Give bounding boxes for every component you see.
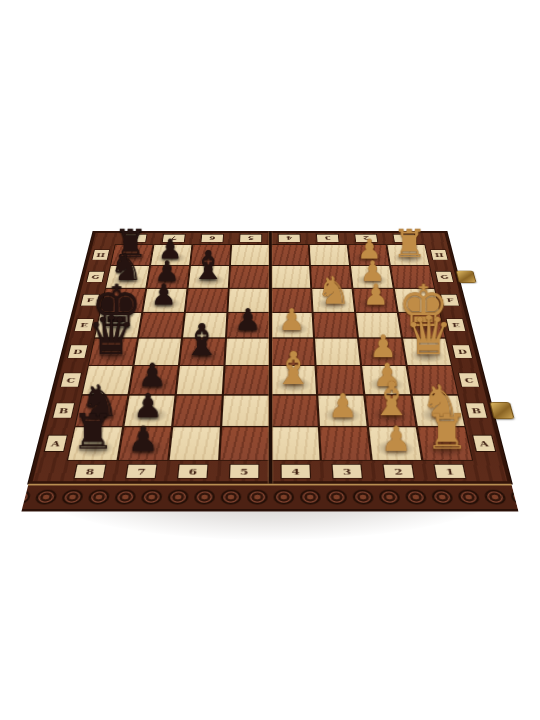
square-a6 bbox=[168, 427, 221, 461]
black-pawn-e5: ♟ bbox=[235, 305, 262, 335]
coord-rank-far: 4 bbox=[278, 234, 301, 242]
black-bishop-d6: ♝ bbox=[183, 319, 222, 362]
coord-rank-far: 5 bbox=[239, 234, 262, 242]
rosette bbox=[483, 490, 507, 505]
square-d3 bbox=[314, 338, 361, 365]
square-e5: ♟ bbox=[226, 312, 270, 338]
square-c5 bbox=[223, 365, 270, 394]
rosette bbox=[378, 490, 400, 505]
square-c4: ♝ bbox=[270, 365, 317, 394]
board-scene: ♜♟♟♜♞♟♝♟♟♞♟♚♟♟♚♛♝♟♛♟♝♟♞♟♟♝♞♜♟♟♜887766554… bbox=[0, 134, 540, 614]
square-f3: ♞ bbox=[311, 288, 355, 312]
rosette bbox=[509, 490, 519, 505]
rosette bbox=[456, 490, 479, 505]
white-pawn-f2: ♟ bbox=[363, 281, 389, 310]
rosette bbox=[299, 490, 320, 505]
rosette bbox=[246, 490, 267, 505]
square-d6: ♝ bbox=[179, 338, 226, 365]
white-rook-h1: ♜ bbox=[392, 225, 426, 263]
square-h4 bbox=[270, 244, 310, 265]
square-f7: ♟ bbox=[142, 288, 187, 312]
rosette bbox=[193, 490, 214, 505]
black-pawn-a7: ♟ bbox=[128, 422, 159, 456]
rosette bbox=[21, 490, 31, 505]
coord-file-left: H bbox=[91, 250, 110, 261]
white-pawn-a2: ♟ bbox=[381, 422, 412, 456]
square-a2: ♟ bbox=[368, 427, 423, 461]
rosette bbox=[140, 490, 162, 505]
square-a4 bbox=[270, 427, 321, 461]
square-g5 bbox=[229, 266, 270, 289]
square-h5 bbox=[230, 244, 270, 265]
black-rook-a8: ♜ bbox=[71, 408, 114, 456]
rosette bbox=[33, 490, 57, 505]
coord-file-right: H bbox=[430, 250, 449, 261]
square-f2: ♟ bbox=[352, 288, 397, 312]
coord-rank-near: 3 bbox=[331, 464, 363, 479]
square-a7: ♟ bbox=[118, 427, 173, 461]
black-bishop-g6: ♝ bbox=[191, 246, 226, 285]
coord-rank-far: 3 bbox=[316, 234, 339, 242]
rosette bbox=[113, 490, 136, 505]
coord-rank-near: 2 bbox=[382, 464, 414, 479]
white-queen-d1: ♛ bbox=[405, 309, 453, 363]
rosette bbox=[273, 490, 294, 505]
square-f6 bbox=[185, 288, 229, 312]
white-bishop-c4: ♝ bbox=[273, 347, 313, 392]
white-pawn-b3: ♟ bbox=[328, 390, 358, 423]
white-bishop-b2: ♝ bbox=[371, 376, 413, 422]
product-photo-background: ♜♟♟♜♞♟♝♟♟♞♟♚♟♟♚♛♝♟♛♟♝♟♞♟♟♝♞♜♟♟♜887766554… bbox=[0, 0, 540, 720]
brass-clasp bbox=[456, 271, 477, 283]
coord-rank-near: 4 bbox=[280, 464, 311, 479]
square-g6: ♝ bbox=[188, 266, 230, 289]
coord-file-left: D bbox=[67, 345, 89, 359]
square-b3: ♟ bbox=[317, 395, 368, 427]
rosette bbox=[325, 490, 346, 505]
square-a8: ♜ bbox=[67, 427, 123, 461]
square-c6 bbox=[176, 365, 225, 394]
coord-file-right: C bbox=[458, 373, 480, 388]
square-b4 bbox=[270, 395, 319, 427]
square-b6 bbox=[172, 395, 223, 427]
square-e7 bbox=[138, 312, 185, 338]
white-pawn-e4: ♟ bbox=[279, 305, 306, 335]
brass-clasp bbox=[489, 402, 514, 419]
black-queen-d8: ♛ bbox=[87, 309, 135, 363]
square-e4: ♟ bbox=[270, 312, 314, 338]
square-d8: ♛ bbox=[88, 338, 138, 365]
white-knight-f3: ♞ bbox=[316, 271, 351, 310]
rosette bbox=[87, 490, 110, 505]
rosette bbox=[352, 490, 374, 505]
square-d1: ♛ bbox=[402, 338, 452, 365]
rosette bbox=[60, 490, 83, 505]
rosette bbox=[430, 490, 453, 505]
square-a5 bbox=[219, 427, 270, 461]
square-h1: ♜ bbox=[386, 244, 430, 265]
coord-rank-near: 1 bbox=[433, 464, 466, 479]
coord-rank-near: 7 bbox=[125, 464, 157, 479]
box-side-carving bbox=[21, 484, 518, 512]
square-a3 bbox=[319, 427, 372, 461]
square-g4 bbox=[270, 266, 311, 289]
coord-rank-near: 5 bbox=[229, 464, 260, 479]
white-rook-a1: ♜ bbox=[425, 408, 468, 456]
coord-file-left: A bbox=[44, 435, 68, 452]
coord-file-right: A bbox=[472, 435, 496, 452]
coord-file-right: D bbox=[452, 345, 474, 359]
square-h3 bbox=[309, 244, 350, 265]
square-d5 bbox=[224, 338, 270, 365]
rosette bbox=[167, 490, 189, 505]
black-pawn-f7: ♟ bbox=[151, 281, 177, 310]
square-e3 bbox=[313, 312, 358, 338]
coord-rank-near: 6 bbox=[177, 464, 209, 479]
rosette bbox=[220, 490, 241, 505]
chess-board: ♜♟♟♜♞♟♝♟♟♞♟♚♟♟♚♛♝♟♛♟♝♟♞♟♟♝♞♜♟♟♜887766554… bbox=[29, 231, 512, 483]
rosette bbox=[404, 490, 427, 505]
square-b5 bbox=[221, 395, 270, 427]
square-a1: ♜ bbox=[417, 427, 473, 461]
coord-rank-far: 6 bbox=[201, 234, 224, 242]
coord-rank-near: 8 bbox=[73, 464, 106, 479]
